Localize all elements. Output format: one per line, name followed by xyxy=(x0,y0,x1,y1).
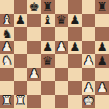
square-a5[interactable]: ♟ xyxy=(0,41,14,55)
square-f3[interactable] xyxy=(68,68,82,82)
square-g1[interactable]: ♚ xyxy=(82,95,96,109)
square-b6[interactable] xyxy=(14,27,28,41)
chess-board: ♚♜♜♝♟♝♛♟♞♟♟♟♟♟♞♛♟♟♟♟♟♜♜♚ xyxy=(0,0,109,108)
square-e7[interactable]: ♛ xyxy=(55,14,69,28)
square-h1[interactable] xyxy=(95,95,109,109)
square-d8[interactable]: ♜ xyxy=(41,0,55,14)
piece-white-pawn[interactable]: ♟ xyxy=(56,41,67,53)
square-b3[interactable] xyxy=(14,68,28,82)
square-c1[interactable] xyxy=(27,95,41,109)
square-h3[interactable] xyxy=(95,68,109,82)
piece-white-king[interactable]: ♚ xyxy=(83,95,94,107)
square-e3[interactable] xyxy=(55,68,69,82)
square-g8[interactable] xyxy=(82,0,96,14)
square-c4[interactable] xyxy=(27,54,41,68)
square-f7[interactable]: ♟ xyxy=(68,14,82,28)
square-c6[interactable] xyxy=(27,27,41,41)
square-g4[interactable]: ♟ xyxy=(82,54,96,68)
piece-black-queen[interactable]: ♛ xyxy=(42,54,53,66)
square-e4[interactable] xyxy=(55,54,69,68)
square-f5[interactable]: ♟ xyxy=(68,41,82,55)
square-g3[interactable] xyxy=(82,68,96,82)
piece-black-bishop[interactable]: ♝ xyxy=(42,14,53,26)
square-d4[interactable]: ♛ xyxy=(41,54,55,68)
square-h5[interactable]: ♟ xyxy=(95,41,109,55)
square-a2[interactable] xyxy=(0,81,14,95)
square-b2[interactable] xyxy=(14,81,28,95)
square-d3[interactable] xyxy=(41,68,55,82)
square-h4[interactable]: ♟ xyxy=(95,54,109,68)
piece-black-pawn[interactable]: ♟ xyxy=(70,41,81,53)
piece-white-pawn[interactable]: ♟ xyxy=(97,81,108,93)
square-c3[interactable]: ♟ xyxy=(27,68,41,82)
piece-black-pawn[interactable]: ♟ xyxy=(15,14,26,26)
piece-white-rook[interactable]: ♜ xyxy=(15,95,26,107)
square-b4[interactable] xyxy=(14,54,28,68)
piece-black-pawn[interactable]: ♟ xyxy=(97,41,108,53)
piece-black-queen[interactable]: ♛ xyxy=(56,14,67,26)
square-h7[interactable] xyxy=(95,14,109,28)
square-f1[interactable] xyxy=(68,95,82,109)
piece-white-rook[interactable]: ♜ xyxy=(1,95,12,107)
square-b7[interactable]: ♟ xyxy=(14,14,28,28)
piece-white-pawn[interactable]: ♟ xyxy=(29,68,40,80)
square-d6[interactable] xyxy=(41,27,55,41)
square-e1[interactable] xyxy=(55,95,69,109)
piece-black-rook[interactable]: ♜ xyxy=(97,0,108,12)
piece-black-pawn[interactable]: ♟ xyxy=(42,41,53,53)
square-a4[interactable]: ♞ xyxy=(0,54,14,68)
square-f4[interactable] xyxy=(68,54,82,68)
square-c7[interactable] xyxy=(27,14,41,28)
square-a8[interactable] xyxy=(0,0,14,14)
piece-black-knight[interactable]: ♞ xyxy=(1,27,12,39)
piece-white-bishop[interactable]: ♝ xyxy=(1,14,12,26)
square-e5[interactable]: ♟ xyxy=(55,41,69,55)
piece-white-pawn[interactable]: ♟ xyxy=(83,81,94,93)
piece-white-knight[interactable]: ♞ xyxy=(1,54,12,66)
square-e2[interactable] xyxy=(55,81,69,95)
square-f8[interactable] xyxy=(68,0,82,14)
square-f6[interactable] xyxy=(68,27,82,41)
square-b8[interactable] xyxy=(14,0,28,14)
square-g6[interactable] xyxy=(82,27,96,41)
square-a6[interactable]: ♞ xyxy=(0,27,14,41)
square-d1[interactable] xyxy=(41,95,55,109)
piece-black-pawn[interactable]: ♟ xyxy=(70,14,81,26)
square-g5[interactable] xyxy=(82,41,96,55)
square-c2[interactable] xyxy=(27,81,41,95)
square-g2[interactable]: ♟ xyxy=(82,81,96,95)
square-a7[interactable]: ♝ xyxy=(0,14,14,28)
square-b1[interactable]: ♜ xyxy=(14,95,28,109)
piece-white-pawn[interactable]: ♟ xyxy=(83,54,94,66)
square-f2[interactable] xyxy=(68,81,82,95)
piece-white-pawn[interactable]: ♟ xyxy=(1,41,12,53)
piece-black-rook[interactable]: ♜ xyxy=(42,0,53,12)
square-b5[interactable] xyxy=(14,41,28,55)
square-d5[interactable]: ♟ xyxy=(41,41,55,55)
square-a3[interactable] xyxy=(0,68,14,82)
square-c5[interactable] xyxy=(27,41,41,55)
square-g7[interactable] xyxy=(82,14,96,28)
square-d2[interactable] xyxy=(41,81,55,95)
square-d7[interactable]: ♝ xyxy=(41,14,55,28)
square-a1[interactable]: ♜ xyxy=(0,95,14,109)
square-h8[interactable]: ♜ xyxy=(95,0,109,14)
square-e8[interactable] xyxy=(55,0,69,14)
piece-black-pawn[interactable]: ♟ xyxy=(97,54,108,66)
square-h2[interactable]: ♟ xyxy=(95,81,109,95)
square-c8[interactable]: ♚ xyxy=(27,0,41,14)
square-e6[interactable] xyxy=(55,27,69,41)
square-h6[interactable] xyxy=(95,27,109,41)
piece-black-king[interactable]: ♚ xyxy=(29,0,40,12)
